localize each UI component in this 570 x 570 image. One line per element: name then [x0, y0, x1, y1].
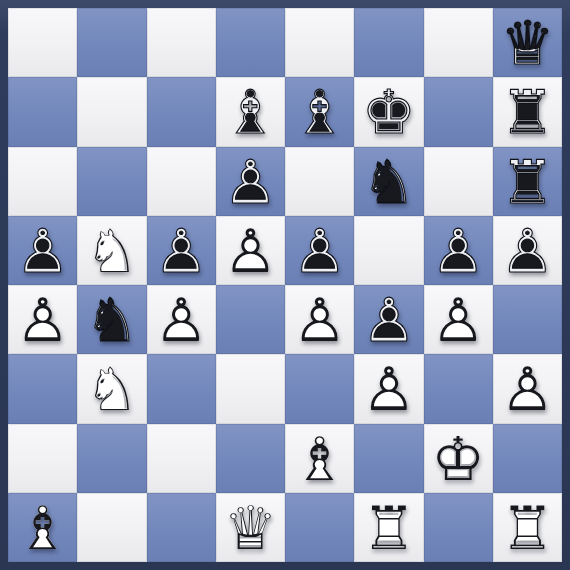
white-pawn-outline-glyph: ♙ — [285, 285, 354, 354]
piece-black-king[interactable]: ♚♔ — [354, 77, 423, 146]
black-pawn-outline-glyph: ♙ — [493, 216, 562, 285]
square-a5[interactable]: ♟♙ — [8, 216, 77, 285]
square-d1[interactable]: ♛♕ — [216, 493, 285, 562]
square-d2[interactable] — [216, 424, 285, 493]
piece-black-bishop[interactable]: ♝♗ — [285, 77, 354, 146]
white-pawn-outline-glyph: ♙ — [8, 285, 77, 354]
square-e5[interactable]: ♟♙ — [285, 216, 354, 285]
piece-black-knight[interactable]: ♞♘ — [354, 147, 423, 216]
square-a4[interactable]: ♟♙ — [8, 285, 77, 354]
square-h4[interactable] — [493, 285, 562, 354]
white-knight-outline-glyph: ♘ — [77, 216, 146, 285]
square-g7[interactable] — [424, 77, 493, 146]
square-e2[interactable]: ♝♗ — [285, 424, 354, 493]
black-pawn-outline-glyph: ♙ — [8, 216, 77, 285]
square-c7[interactable] — [147, 77, 216, 146]
square-e7[interactable]: ♝♗ — [285, 77, 354, 146]
piece-black-bishop[interactable]: ♝♗ — [216, 77, 285, 146]
square-f2[interactable] — [354, 424, 423, 493]
square-h5[interactable]: ♟♙ — [493, 216, 562, 285]
black-pawn-outline-glyph: ♙ — [147, 216, 216, 285]
white-queen-outline-glyph: ♕ — [216, 493, 285, 562]
square-c4[interactable]: ♟♙ — [147, 285, 216, 354]
square-c1[interactable] — [147, 493, 216, 562]
square-a1[interactable]: ♝♗ — [8, 493, 77, 562]
white-rook-outline-glyph: ♖ — [354, 493, 423, 562]
piece-white-rook[interactable]: ♜♖ — [354, 493, 423, 562]
piece-black-pawn[interactable]: ♟♙ — [493, 216, 562, 285]
black-pawn-outline-glyph: ♙ — [216, 147, 285, 216]
piece-black-rook[interactable]: ♜♖ — [493, 147, 562, 216]
white-pawn-outline-glyph: ♙ — [147, 285, 216, 354]
piece-black-knight[interactable]: ♞♘ — [77, 285, 146, 354]
square-a6[interactable] — [8, 147, 77, 216]
piece-white-bishop[interactable]: ♝♗ — [8, 493, 77, 562]
white-rook-outline-glyph: ♖ — [493, 493, 562, 562]
piece-white-pawn[interactable]: ♟♙ — [493, 354, 562, 423]
square-d3[interactable] — [216, 354, 285, 423]
square-b5[interactable]: ♞♘ — [77, 216, 146, 285]
square-g2[interactable]: ♚♔ — [424, 424, 493, 493]
square-h1[interactable]: ♜♖ — [493, 493, 562, 562]
black-queen-outline-glyph: ♕ — [493, 8, 562, 77]
white-pawn-outline-glyph: ♙ — [493, 354, 562, 423]
square-d4[interactable] — [216, 285, 285, 354]
piece-white-king[interactable]: ♚♔ — [424, 424, 493, 493]
square-h7[interactable]: ♜♖ — [493, 77, 562, 146]
square-a2[interactable] — [8, 424, 77, 493]
square-g8[interactable] — [424, 8, 493, 77]
piece-white-pawn[interactable]: ♟♙ — [216, 216, 285, 285]
square-h3[interactable]: ♟♙ — [493, 354, 562, 423]
square-a8[interactable] — [8, 8, 77, 77]
square-b4[interactable]: ♞♘ — [77, 285, 146, 354]
piece-white-knight[interactable]: ♞♘ — [77, 354, 146, 423]
chess-board: ♛♕♝♗♝♗♚♔♜♖♟♙♞♘♜♖♟♙♞♘♟♙♟♙♟♙♟♙♟♙♟♙♞♘♟♙♟♙♟♙… — [8, 8, 562, 562]
piece-black-rook[interactable]: ♜♖ — [493, 77, 562, 146]
black-king-outline-glyph: ♔ — [354, 77, 423, 146]
white-knight-outline-glyph: ♘ — [77, 354, 146, 423]
black-rook-outline-glyph: ♖ — [493, 147, 562, 216]
square-g5[interactable]: ♟♙ — [424, 216, 493, 285]
square-b8[interactable] — [77, 8, 146, 77]
black-pawn-outline-glyph: ♙ — [354, 285, 423, 354]
square-b7[interactable] — [77, 77, 146, 146]
square-d7[interactable]: ♝♗ — [216, 77, 285, 146]
square-b1[interactable] — [77, 493, 146, 562]
square-g4[interactable]: ♟♙ — [424, 285, 493, 354]
square-f4[interactable]: ♟♙ — [354, 285, 423, 354]
piece-white-pawn[interactable]: ♟♙ — [354, 354, 423, 423]
piece-black-pawn[interactable]: ♟♙ — [354, 285, 423, 354]
piece-white-pawn[interactable]: ♟♙ — [285, 285, 354, 354]
white-bishop-outline-glyph: ♗ — [8, 493, 77, 562]
black-rook-outline-glyph: ♖ — [493, 77, 562, 146]
black-knight-outline-glyph: ♘ — [354, 147, 423, 216]
square-a3[interactable] — [8, 354, 77, 423]
white-pawn-outline-glyph: ♙ — [216, 216, 285, 285]
square-d5[interactable]: ♟♙ — [216, 216, 285, 285]
square-a7[interactable] — [8, 77, 77, 146]
square-d6[interactable]: ♟♙ — [216, 147, 285, 216]
square-g3[interactable] — [424, 354, 493, 423]
square-g1[interactable] — [424, 493, 493, 562]
square-b3[interactable]: ♞♘ — [77, 354, 146, 423]
square-b6[interactable] — [77, 147, 146, 216]
square-e3[interactable] — [285, 354, 354, 423]
black-bishop-outline-glyph: ♗ — [285, 77, 354, 146]
square-d8[interactable] — [216, 8, 285, 77]
piece-white-rook[interactable]: ♜♖ — [493, 493, 562, 562]
square-f8[interactable] — [354, 8, 423, 77]
piece-white-pawn[interactable]: ♟♙ — [8, 285, 77, 354]
piece-white-knight[interactable]: ♞♘ — [77, 216, 146, 285]
black-pawn-outline-glyph: ♙ — [285, 216, 354, 285]
white-pawn-outline-glyph: ♙ — [424, 285, 493, 354]
square-c3[interactable] — [147, 354, 216, 423]
square-b2[interactable] — [77, 424, 146, 493]
square-h6[interactable]: ♜♖ — [493, 147, 562, 216]
piece-black-pawn[interactable]: ♟♙ — [424, 216, 493, 285]
white-pawn-outline-glyph: ♙ — [354, 354, 423, 423]
board-frame: ♛♕♝♗♝♗♚♔♜♖♟♙♞♘♜♖♟♙♞♘♟♙♟♙♟♙♟♙♟♙♟♙♞♘♟♙♟♙♟♙… — [0, 0, 570, 570]
white-bishop-outline-glyph: ♗ — [285, 424, 354, 493]
black-pawn-outline-glyph: ♙ — [424, 216, 493, 285]
square-c2[interactable] — [147, 424, 216, 493]
square-g6[interactable] — [424, 147, 493, 216]
piece-black-pawn[interactable]: ♟♙ — [285, 216, 354, 285]
piece-black-pawn[interactable]: ♟♙ — [8, 216, 77, 285]
square-f3[interactable]: ♟♙ — [354, 354, 423, 423]
square-c5[interactable]: ♟♙ — [147, 216, 216, 285]
square-f6[interactable]: ♞♘ — [354, 147, 423, 216]
piece-white-queen[interactable]: ♛♕ — [216, 493, 285, 562]
piece-white-bishop[interactable]: ♝♗ — [285, 424, 354, 493]
square-f1[interactable]: ♜♖ — [354, 493, 423, 562]
square-h8[interactable]: ♛♕ — [493, 8, 562, 77]
piece-black-queen[interactable]: ♛♕ — [493, 8, 562, 77]
piece-white-pawn[interactable]: ♟♙ — [147, 285, 216, 354]
square-e1[interactable] — [285, 493, 354, 562]
square-h2[interactable] — [493, 424, 562, 493]
black-bishop-outline-glyph: ♗ — [216, 77, 285, 146]
piece-black-pawn[interactable]: ♟♙ — [147, 216, 216, 285]
square-c6[interactable] — [147, 147, 216, 216]
square-f5[interactable] — [354, 216, 423, 285]
square-e6[interactable] — [285, 147, 354, 216]
piece-black-pawn[interactable]: ♟♙ — [216, 147, 285, 216]
square-c8[interactable] — [147, 8, 216, 77]
piece-white-pawn[interactable]: ♟♙ — [424, 285, 493, 354]
square-f7[interactable]: ♚♔ — [354, 77, 423, 146]
square-e8[interactable] — [285, 8, 354, 77]
white-king-outline-glyph: ♔ — [424, 424, 493, 493]
square-e4[interactable]: ♟♙ — [285, 285, 354, 354]
black-knight-outline-glyph: ♘ — [77, 285, 146, 354]
